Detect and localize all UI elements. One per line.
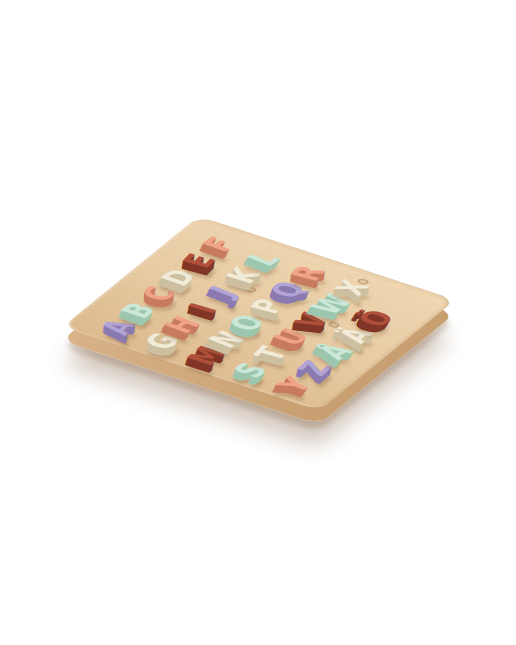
photo-canvas: ABCDEFGHIJKLMNOPQRSTUVWXYZÅÄÖ bbox=[0, 0, 516, 645]
puzzle-board: ABCDEFGHIJKLMNOPQRSTUVWXYZÅÄÖ bbox=[62, 216, 456, 411]
letter-grid: ABCDEFGHIJKLMNOPQRSTUVWXYZÅÄÖ bbox=[62, 216, 456, 411]
